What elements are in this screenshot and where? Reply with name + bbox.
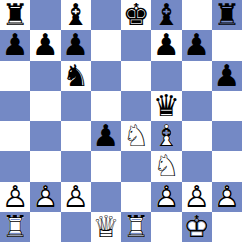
square-d1[interactable]: ♛♕ bbox=[91, 212, 121, 242]
square-c2[interactable]: ♟♙ bbox=[61, 182, 91, 212]
square-f3[interactable]: ♞♘ bbox=[151, 151, 181, 181]
square-c5[interactable] bbox=[61, 91, 91, 121]
black-bishop-icon: ♝ bbox=[151, 0, 181, 30]
piece-black-pawn[interactable]: ♟ bbox=[30, 30, 60, 60]
square-h5[interactable] bbox=[212, 91, 242, 121]
square-h8[interactable]: ♜ bbox=[212, 0, 242, 30]
piece-black-bishop[interactable]: ♝ bbox=[61, 0, 91, 30]
black-pawn-icon: ♟ bbox=[151, 30, 181, 60]
square-a7[interactable]: ♟ bbox=[0, 30, 30, 60]
piece-white-pawn[interactable]: ♟♙ bbox=[30, 182, 60, 212]
square-b4[interactable] bbox=[30, 121, 60, 151]
piece-black-bishop[interactable]: ♝ bbox=[151, 0, 181, 30]
square-e2[interactable] bbox=[121, 182, 151, 212]
black-queen-icon: ♛ bbox=[151, 91, 181, 121]
piece-white-pawn[interactable]: ♟♙ bbox=[182, 182, 212, 212]
square-c7[interactable]: ♟ bbox=[61, 30, 91, 60]
piece-white-knight[interactable]: ♞♘ bbox=[151, 151, 181, 181]
square-d5[interactable] bbox=[91, 91, 121, 121]
square-b1[interactable] bbox=[30, 212, 60, 242]
square-a2[interactable]: ♟♙ bbox=[0, 182, 30, 212]
piece-white-pawn[interactable]: ♟♙ bbox=[0, 182, 30, 212]
square-d4[interactable]: ♟ bbox=[91, 121, 121, 151]
square-b2[interactable]: ♟♙ bbox=[30, 182, 60, 212]
piece-white-queen[interactable]: ♛♕ bbox=[91, 212, 121, 242]
piece-white-bishop[interactable]: ♝♗ bbox=[151, 121, 181, 151]
piece-black-pawn[interactable]: ♟ bbox=[91, 121, 121, 151]
square-b5[interactable] bbox=[30, 91, 60, 121]
square-e4[interactable]: ♞♘ bbox=[121, 121, 151, 151]
square-h3[interactable] bbox=[212, 151, 242, 181]
square-c1[interactable] bbox=[61, 212, 91, 242]
piece-black-queen[interactable]: ♛ bbox=[151, 91, 181, 121]
square-f5[interactable]: ♛ bbox=[151, 91, 181, 121]
square-g4[interactable] bbox=[182, 121, 212, 151]
piece-black-pawn[interactable]: ♟ bbox=[61, 30, 91, 60]
square-h2[interactable]: ♟♙ bbox=[212, 182, 242, 212]
square-d7[interactable] bbox=[91, 30, 121, 60]
piece-white-pawn[interactable]: ♟♙ bbox=[212, 182, 242, 212]
piece-black-rook[interactable]: ♜ bbox=[212, 0, 242, 30]
piece-white-rook[interactable]: ♜♖ bbox=[121, 212, 151, 242]
black-pawn-icon: ♟ bbox=[61, 30, 91, 60]
square-b8[interactable] bbox=[30, 0, 60, 30]
black-rook-icon: ♜ bbox=[212, 0, 242, 30]
square-a4[interactable] bbox=[0, 121, 30, 151]
white-bishop-outline-icon: ♗ bbox=[151, 121, 181, 151]
square-e5[interactable] bbox=[121, 91, 151, 121]
black-pawn-icon: ♟ bbox=[91, 121, 121, 151]
black-pawn-icon: ♟ bbox=[212, 61, 242, 91]
piece-black-pawn[interactable]: ♟ bbox=[0, 30, 30, 60]
square-b3[interactable] bbox=[30, 151, 60, 181]
piece-white-pawn[interactable]: ♟♙ bbox=[151, 182, 181, 212]
square-a1[interactable]: ♜♖ bbox=[0, 212, 30, 242]
square-h4[interactable] bbox=[212, 121, 242, 151]
white-pawn-outline-icon: ♙ bbox=[61, 182, 91, 212]
piece-white-knight[interactable]: ♞♘ bbox=[121, 121, 151, 151]
piece-black-rook[interactable]: ♜ bbox=[0, 0, 30, 30]
square-g1[interactable]: ♚♔ bbox=[182, 212, 212, 242]
square-b6[interactable] bbox=[30, 61, 60, 91]
square-d3[interactable] bbox=[91, 151, 121, 181]
piece-black-knight[interactable]: ♞ bbox=[61, 61, 91, 91]
black-bishop-icon: ♝ bbox=[61, 0, 91, 30]
square-e1[interactable]: ♜♖ bbox=[121, 212, 151, 242]
square-d6[interactable] bbox=[91, 61, 121, 91]
square-a6[interactable] bbox=[0, 61, 30, 91]
piece-black-king[interactable]: ♚ bbox=[121, 0, 151, 30]
square-c8[interactable]: ♝ bbox=[61, 0, 91, 30]
white-pawn-outline-icon: ♙ bbox=[212, 182, 242, 212]
piece-black-pawn[interactable]: ♟ bbox=[212, 61, 242, 91]
square-f7[interactable]: ♟ bbox=[151, 30, 181, 60]
piece-white-rook[interactable]: ♜♖ bbox=[0, 212, 30, 242]
black-king-icon: ♚ bbox=[121, 0, 151, 30]
square-b7[interactable]: ♟ bbox=[30, 30, 60, 60]
square-h6[interactable]: ♟ bbox=[212, 61, 242, 91]
square-g3[interactable] bbox=[182, 151, 212, 181]
white-knight-outline-icon: ♘ bbox=[151, 151, 181, 181]
square-f1[interactable] bbox=[151, 212, 181, 242]
square-h7[interactable] bbox=[212, 30, 242, 60]
white-king-outline-icon: ♔ bbox=[182, 212, 212, 242]
white-queen-outline-icon: ♕ bbox=[91, 212, 121, 242]
square-a3[interactable] bbox=[0, 151, 30, 181]
white-pawn-outline-icon: ♙ bbox=[0, 182, 30, 212]
white-pawn-outline-icon: ♙ bbox=[30, 182, 60, 212]
black-pawn-icon: ♟ bbox=[182, 30, 212, 60]
chess-board: ♜♝♚♝♜♟♟♟♟♟♞♟♛♟♞♘♝♗♞♘♟♙♟♙♟♙♟♙♟♙♟♙♜♖♛♕♜♖♚♔ bbox=[0, 0, 242, 242]
square-c3[interactable] bbox=[61, 151, 91, 181]
square-e7[interactable] bbox=[121, 30, 151, 60]
square-f4[interactable]: ♝♗ bbox=[151, 121, 181, 151]
square-a5[interactable] bbox=[0, 91, 30, 121]
white-pawn-outline-icon: ♙ bbox=[151, 182, 181, 212]
black-pawn-icon: ♟ bbox=[0, 30, 30, 60]
black-knight-icon: ♞ bbox=[61, 61, 91, 91]
piece-black-pawn[interactable]: ♟ bbox=[151, 30, 181, 60]
square-c6[interactable]: ♞ bbox=[61, 61, 91, 91]
black-rook-icon: ♜ bbox=[0, 0, 30, 30]
square-d8[interactable] bbox=[91, 0, 121, 30]
square-c4[interactable] bbox=[61, 121, 91, 151]
square-g7[interactable]: ♟ bbox=[182, 30, 212, 60]
white-rook-outline-icon: ♖ bbox=[121, 212, 151, 242]
black-pawn-icon: ♟ bbox=[30, 30, 60, 60]
white-rook-outline-icon: ♖ bbox=[0, 212, 30, 242]
square-d2[interactable] bbox=[91, 182, 121, 212]
square-e6[interactable] bbox=[121, 61, 151, 91]
square-g5[interactable] bbox=[182, 91, 212, 121]
white-knight-outline-icon: ♘ bbox=[121, 121, 151, 151]
square-f2[interactable]: ♟♙ bbox=[151, 182, 181, 212]
square-f6[interactable] bbox=[151, 61, 181, 91]
square-e3[interactable] bbox=[121, 151, 151, 181]
white-pawn-outline-icon: ♙ bbox=[182, 182, 212, 212]
square-a8[interactable]: ♜ bbox=[0, 0, 30, 30]
piece-white-king[interactable]: ♚♔ bbox=[182, 212, 212, 242]
square-h1[interactable] bbox=[212, 212, 242, 242]
square-g8[interactable] bbox=[182, 0, 212, 30]
square-g6[interactable] bbox=[182, 61, 212, 91]
square-f8[interactable]: ♝ bbox=[151, 0, 181, 30]
piece-black-pawn[interactable]: ♟ bbox=[182, 30, 212, 60]
piece-white-pawn[interactable]: ♟♙ bbox=[61, 182, 91, 212]
square-e8[interactable]: ♚ bbox=[121, 0, 151, 30]
square-g2[interactable]: ♟♙ bbox=[182, 182, 212, 212]
